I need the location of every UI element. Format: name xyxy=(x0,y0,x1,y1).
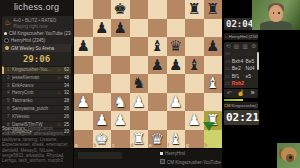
chart-icon[interactable]: ▥ xyxy=(243,42,248,50)
standing-score: 48 xyxy=(64,75,69,82)
streak-fire-icon: ♨ xyxy=(224,34,228,39)
square-c4[interactable] xyxy=(111,74,130,93)
move-white[interactable]: … xyxy=(231,50,245,58)
move-black[interactable]: Be5 xyxy=(244,58,258,66)
square-a5[interactable] xyxy=(74,56,93,75)
piece-wp-b2[interactable]: ♟ xyxy=(93,111,112,130)
streamer-face xyxy=(269,5,283,22)
piece-wk-b1[interactable]: ♚ xyxy=(93,130,112,149)
move-white[interactable]: Bf1 xyxy=(231,73,245,81)
move-white-active[interactable]: Rxh2 xyxy=(231,80,245,88)
gear-icon[interactable]: ⚙ xyxy=(251,42,256,50)
square-b3[interactable] xyxy=(93,93,112,112)
time-gauge-bar xyxy=(224,99,243,101)
piece-wb-f1[interactable]: ♝ xyxy=(167,130,186,149)
game-info-line2: Playing right now xyxy=(4,24,71,30)
move-row: 22 Rxh2 xyxy=(224,80,258,88)
square-c8[interactable]: ♚ xyxy=(111,0,130,19)
move-black[interactable]: e5 xyxy=(244,73,258,81)
blitz-flame-icon: ♨ xyxy=(4,18,11,28)
white-color-icon xyxy=(4,32,7,35)
lichess-logo[interactable]: lichess.org xyxy=(0,2,73,12)
square-e2[interactable] xyxy=(148,111,167,130)
standing-row[interactable]: 6Samyasma_putch26 xyxy=(2,105,71,113)
thumbs-up-icon[interactable]: ☝ xyxy=(237,89,245,98)
white-player-link[interactable]: CM Kingscrusher-YouTube (2347) xyxy=(4,31,71,37)
file-coordinate: a xyxy=(75,143,78,148)
standing-name: HenryCmb xyxy=(12,90,52,97)
standing-score: 62 xyxy=(64,67,69,74)
piece-wb-h4[interactable]: ♝ xyxy=(204,74,223,93)
streamer-eye xyxy=(273,12,275,14)
white-clock: 02:21 xyxy=(224,110,259,125)
square-f6[interactable]: ♛ xyxy=(167,37,186,56)
standing-score: 32 xyxy=(64,90,69,97)
square-e5[interactable]: ♟ xyxy=(148,56,167,75)
move-nav-bar: ↶ ☝ ⚑ xyxy=(224,89,258,98)
piece-wp-g2[interactable]: ♟ xyxy=(185,111,204,130)
square-c6[interactable] xyxy=(111,37,130,56)
square-b2[interactable]: ♟ xyxy=(93,111,112,130)
square-d4[interactable]: ♞ xyxy=(130,74,149,93)
streamer-shoulders xyxy=(260,21,292,30)
spectator-names: FlyingCarrot, ebanterragone, aberwallagr… xyxy=(2,126,69,163)
standing-row[interactable]: 3ErikAzarov34 xyxy=(2,82,71,90)
move-row: 21 Bf1 e5 xyxy=(224,73,258,81)
streak-fire-icon: ♨ xyxy=(57,67,61,74)
file-coordinate: c xyxy=(112,143,115,148)
square-h6[interactable]: ♟ xyxy=(204,37,223,56)
square-c5[interactable] xyxy=(111,56,130,75)
square-e6[interactable]: ♝ xyxy=(148,37,167,56)
move-list: 18 … … 19 Bxh4 Be5 20 Be2 Nd4 21 Bf1 e5 … xyxy=(224,50,258,88)
square-f5[interactable]: ♟ xyxy=(167,56,186,75)
square-a3[interactable]: ♟ xyxy=(74,93,93,112)
square-d3[interactable]: ♟ xyxy=(130,93,149,112)
streamer-eye xyxy=(278,12,280,14)
move-row: 18 … … xyxy=(224,50,258,58)
piece-bq-f6[interactable]: ♛ xyxy=(167,37,186,56)
standing-name: Tatciranko xyxy=(12,98,52,105)
square-b8[interactable] xyxy=(93,0,112,19)
piece-bn-d4[interactable]: ♞ xyxy=(130,74,149,93)
square-a1[interactable]: a xyxy=(74,130,93,149)
standing-score: 26 xyxy=(64,114,69,121)
streak-fire-icon: ♨ xyxy=(57,90,61,97)
piece-bb-e6[interactable]: ♝ xyxy=(148,37,167,56)
square-g1[interactable]: g xyxy=(185,130,204,149)
square-e4[interactable] xyxy=(148,74,167,93)
black-player-link[interactable]: HenryHml (2345) xyxy=(4,38,71,44)
square-b7[interactable]: ♟ xyxy=(93,19,112,38)
move-toolbar: ⟲ ▤ ▥ ⚙ xyxy=(224,42,258,50)
tournament-clock: 29:06 xyxy=(2,52,71,66)
square-a6[interactable]: ♟ xyxy=(74,37,93,56)
square-h5[interactable] xyxy=(204,56,223,75)
dog-nose xyxy=(289,156,292,159)
under-board-strip: HenryHml CM Kingscrusher-YouTube xyxy=(74,149,222,168)
piece-bp-f5[interactable]: ♟ xyxy=(167,56,186,75)
piece-bp-c7[interactable]: ♟ xyxy=(111,19,130,38)
move-row: 19 Bxh4 Be5 xyxy=(224,58,258,66)
square-h1[interactable]: h xyxy=(204,130,223,149)
square-g5[interactable]: ♝ xyxy=(185,56,204,75)
move-white[interactable]: Bxh4 xyxy=(231,58,245,66)
tournament-box: GM Wesley So Arena 29:06 1Kingscrusher-Y… xyxy=(2,44,71,136)
move-white[interactable]: Be2 xyxy=(231,65,245,73)
square-e3[interactable] xyxy=(148,93,167,112)
black-color-icon xyxy=(4,38,9,43)
square-h7[interactable] xyxy=(204,19,223,38)
square-c1[interactable]: c xyxy=(111,130,130,149)
analysis-arrow-green xyxy=(203,122,215,131)
standing-row[interactable]: 7KIVessio26 xyxy=(2,113,71,121)
piece-wp-a3[interactable]: ♟ xyxy=(74,93,93,112)
square-g4[interactable] xyxy=(185,74,204,93)
standing-name: jesseKlerman xyxy=(12,75,52,82)
sidebar: lichess.org ♨ 4+0 • BLITZ • RATED Playin… xyxy=(0,0,73,168)
standing-row[interactable]: 2jesseKlerman♨48 xyxy=(2,74,71,82)
standing-name: ErikAzarov xyxy=(12,83,52,90)
chat-input-stub[interactable] xyxy=(78,152,122,159)
square-g2[interactable]: ♟ xyxy=(185,111,204,130)
square-f7[interactable] xyxy=(167,19,186,38)
standing-row[interactable]: 5Tatciranko28 xyxy=(2,97,71,105)
square-d2[interactable] xyxy=(130,111,149,130)
black-square-icon xyxy=(160,159,165,164)
square-f3[interactable]: ♟ xyxy=(167,93,186,112)
piece-br-h8[interactable]: ♜ xyxy=(204,0,223,19)
piece-wn-c3[interactable]: ♞ xyxy=(111,93,130,112)
square-d8[interactable] xyxy=(130,0,149,19)
back-icon[interactable]: ↶ xyxy=(227,89,232,98)
square-g6[interactable] xyxy=(185,37,204,56)
piece-wq-e1[interactable]: ♛ xyxy=(148,130,167,149)
square-b6[interactable] xyxy=(93,37,112,56)
piece-bk-c8[interactable]: ♚ xyxy=(111,0,130,19)
spectator-list: Spectators: FlyingCarrot, ebanterragone,… xyxy=(2,126,71,168)
flip-board-icon[interactable]: ⟲ xyxy=(226,42,231,50)
square-d6[interactable] xyxy=(130,37,149,56)
spectators-label: Spectators: xyxy=(2,126,27,131)
standing-name: Samyasma_putch xyxy=(12,106,52,113)
standing-score: 34 xyxy=(64,83,69,90)
tournament-header[interactable]: GM Wesley So Arena xyxy=(2,44,71,52)
square-f8[interactable] xyxy=(167,0,186,19)
white-square-icon xyxy=(160,152,163,155)
file-coordinate: g xyxy=(186,143,189,148)
square-h4[interactable]: ♝ xyxy=(204,74,223,93)
square-f1[interactable]: f♝ xyxy=(167,130,186,149)
square-c7[interactable]: ♟ xyxy=(111,19,130,38)
square-a2[interactable] xyxy=(74,111,93,130)
piece-wp-f3[interactable]: ♟ xyxy=(167,93,186,112)
square-c3[interactable]: ♞ xyxy=(111,93,130,112)
move-row: 20 Be2 Nd4 xyxy=(224,65,258,73)
square-g7[interactable] xyxy=(185,19,204,38)
chess-board[interactable]: ♚♜♜♟♟♟♝♛♟♟♟♝♞♝♟♞♟♟♟♟♟♜ab♚cd♜e♛f♝gh xyxy=(74,0,222,148)
piece-bp-e5[interactable]: ♟ xyxy=(148,56,167,75)
flag-icon[interactable]: ⚑ xyxy=(250,89,255,98)
move-black[interactable] xyxy=(244,80,258,88)
square-b5[interactable] xyxy=(93,56,112,75)
piece-bp-h6[interactable]: ♟ xyxy=(204,37,223,56)
piece-bb-g5[interactable]: ♝ xyxy=(185,56,204,75)
square-d7[interactable] xyxy=(130,19,149,38)
standing-name: Kingscrusher-You… xyxy=(12,67,52,74)
square-b1[interactable]: b♚ xyxy=(93,130,112,149)
file-coordinate: h xyxy=(205,143,208,148)
standing-score: 26 xyxy=(64,106,69,113)
standing-score: 28 xyxy=(64,98,69,105)
square-b4[interactable] xyxy=(93,74,112,93)
move-black[interactable]: Nd4 xyxy=(244,65,258,73)
dog-webcam xyxy=(277,143,300,168)
piece-wr-d1[interactable]: ♜ xyxy=(130,130,149,149)
square-h8[interactable]: ♜ xyxy=(204,0,223,19)
black-caption: CM Kingscrusher-YouTube xyxy=(160,159,221,165)
square-d5[interactable] xyxy=(130,56,149,75)
game-info-box: ♨ 4+0 • BLITZ • RATED Playing right now … xyxy=(2,16,73,46)
piece-wp-c2[interactable]: ♟ xyxy=(111,111,130,130)
square-g8[interactable]: ♜ xyxy=(185,0,204,19)
cm-title: CM xyxy=(224,103,231,108)
streamer-webcam xyxy=(252,0,300,30)
white-caption: HenryHml xyxy=(160,151,185,156)
square-e1[interactable]: e♛ xyxy=(148,130,167,149)
square-e7[interactable] xyxy=(148,19,167,38)
black-clock: 02:04 xyxy=(224,18,255,30)
square-g3[interactable] xyxy=(185,93,204,112)
piece-wp-d3[interactable]: ♟ xyxy=(130,93,149,112)
trophy-icon xyxy=(5,46,9,50)
square-d1[interactable]: d♜ xyxy=(130,130,149,149)
standing-row[interactable]: 4HenryCmb♨32 xyxy=(2,89,71,97)
standing-name: KIVessio xyxy=(12,114,52,121)
square-a8[interactable] xyxy=(74,0,93,19)
piece-bp-a6[interactable]: ♟ xyxy=(74,37,93,56)
lichess-video-frame: lichess.org ♨ 4+0 • BLITZ • RATED Playin… xyxy=(0,0,300,168)
square-e8[interactable] xyxy=(148,0,167,19)
move-black[interactable]: … xyxy=(244,50,258,58)
top-player-bar[interactable]: ♨HenryHml (2345) xyxy=(224,33,258,40)
square-f4[interactable] xyxy=(167,74,186,93)
bottom-player-bar[interactable]: CMKingscrusher-YouTube (2347) xyxy=(224,102,258,109)
square-a7[interactable] xyxy=(74,19,93,38)
piece-br-g8[interactable]: ♜ xyxy=(185,0,204,19)
square-c2[interactable]: ♟ xyxy=(111,111,130,130)
piece-bp-b7[interactable]: ♟ xyxy=(93,19,112,38)
square-a4[interactable] xyxy=(74,74,93,93)
standing-row[interactable]: 1Kingscrusher-You…♨62 xyxy=(2,66,71,74)
clock-expand-icon[interactable]: ▢ xyxy=(254,103,258,108)
square-f2[interactable] xyxy=(167,111,186,130)
move-list-scrollbar[interactable] xyxy=(257,52,259,70)
streak-fire-icon: ♨ xyxy=(57,75,61,82)
book-icon[interactable]: ▤ xyxy=(234,42,239,50)
square-h3[interactable] xyxy=(204,93,223,112)
